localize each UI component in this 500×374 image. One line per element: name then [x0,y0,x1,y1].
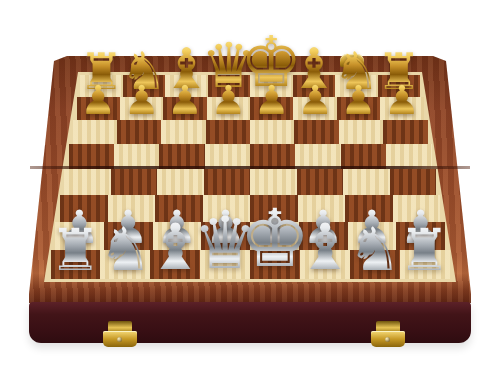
fold-seam [30,166,470,169]
latch-plate-icon [371,331,405,347]
square-d7: ♟ [207,97,250,120]
square-b1: ♞ [100,250,150,279]
gold-pawn: ♟ [80,80,116,120]
square-c6 [161,120,205,144]
chess-set-photo: ♜♞♝♛♚♝♞♜♟♟♟♟♟♟♟♟♟♟♟♟♟♟♟♟♜♞♝♛♚♝♞♜ [0,0,500,374]
square-h4 [390,169,437,195]
gold-pawn: ♟ [167,80,203,120]
silver-knight: ♞ [98,219,152,279]
square-h7: ♟ [380,97,423,120]
gold-pawn: ♟ [341,80,377,120]
square-h1: ♜ [400,250,450,279]
square-a6 [73,120,117,144]
square-f1: ♝ [300,250,350,279]
square-a1: ♜ [51,250,101,279]
square-b4 [111,169,158,195]
square-g7: ♟ [337,97,380,120]
gold-pawn: ♟ [384,80,420,120]
rank-1: ♜♞♝♛♚♝♞♜ [51,250,450,279]
rank-6 [73,120,428,144]
square-e7: ♟ [250,97,293,120]
square-c4 [157,169,204,195]
square-a4 [64,169,111,195]
gold-pawn: ♟ [254,80,290,120]
square-e6 [250,120,294,144]
silver-bishop: ♝ [296,215,353,279]
gold-pawn: ♟ [124,80,160,120]
square-a7: ♟ [77,97,120,120]
square-g1: ♞ [350,250,400,279]
square-h6 [383,120,427,144]
front-latch-left [103,321,137,347]
latch-plate-icon [103,331,137,347]
square-d6 [206,120,250,144]
square-c7: ♟ [163,97,206,120]
gold-pawn: ♟ [297,80,333,120]
rank-7: ♟♟♟♟♟♟♟♟ [77,97,424,120]
square-e1: ♚ [250,250,300,279]
silver-knight: ♞ [348,219,402,279]
silver-rook: ♜ [49,221,101,279]
square-b6 [117,120,161,144]
square-f7: ♟ [293,97,336,120]
front-latch-right [371,321,405,347]
silver-rook: ♜ [399,221,451,279]
square-g6 [339,120,383,144]
square-f6 [294,120,338,144]
square-b7: ♟ [120,97,163,120]
square-g4 [343,169,390,195]
gold-pawn: ♟ [210,80,246,120]
chess-board: ♜♞♝♛♚♝♞♜♟♟♟♟♟♟♟♟♟♟♟♟♟♟♟♟♜♞♝♛♚♝♞♜ [50,75,450,279]
